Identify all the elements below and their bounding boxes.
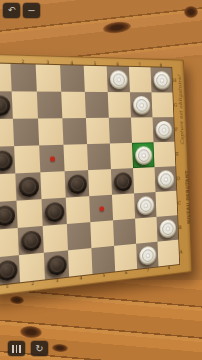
square-c1r6[interactable]	[0, 201, 18, 230]
square-c7r2[interactable]	[130, 92, 153, 117]
square-c6r3[interactable]	[109, 118, 132, 144]
square-c8r2[interactable]	[151, 92, 173, 117]
black-piece[interactable]	[67, 174, 86, 194]
move-hint-dot[interactable]	[49, 156, 54, 161]
square-c1r8[interactable]	[0, 255, 20, 285]
square-c3r1[interactable]	[36, 65, 62, 92]
square-c5r1[interactable]	[84, 66, 108, 92]
minus-icon: −	[27, 6, 35, 16]
square-c8r3[interactable]	[152, 117, 174, 142]
white-piece[interactable]	[136, 196, 154, 215]
square-c2r5[interactable]	[15, 172, 41, 200]
square-c4r8[interactable]	[68, 248, 93, 277]
square-c5r7[interactable]	[90, 220, 114, 248]
square-c7r3[interactable]	[131, 117, 154, 143]
white-piece[interactable]	[132, 96, 150, 114]
square-c5r4[interactable]	[87, 143, 111, 170]
square-c5r8[interactable]	[91, 246, 115, 274]
square-c6r5[interactable]	[111, 168, 134, 195]
square-c2r8[interactable]	[19, 253, 45, 283]
square-c6r1[interactable]	[107, 66, 130, 92]
black-piece[interactable]	[113, 172, 131, 192]
black-piece[interactable]	[0, 205, 15, 227]
white-piece[interactable]	[153, 71, 170, 89]
square-c1r5[interactable]	[0, 173, 16, 202]
square-c5r3[interactable]	[86, 118, 110, 144]
move-hint-dot[interactable]	[99, 206, 104, 211]
square-c8r8[interactable]	[157, 240, 179, 267]
square-c3r7[interactable]	[43, 224, 68, 253]
square-c2r1[interactable]	[10, 64, 36, 92]
undo-button[interactable]: ↶	[3, 3, 20, 18]
square-c6r7[interactable]	[113, 219, 136, 246]
square-c4r6[interactable]	[66, 196, 91, 224]
square-c7r1[interactable]	[129, 67, 152, 93]
square-c6r8[interactable]	[114, 244, 137, 272]
white-piece[interactable]	[159, 219, 176, 238]
square-c4r1[interactable]	[60, 65, 85, 92]
menu-button[interactable]	[8, 341, 25, 356]
white-piece[interactable]	[155, 120, 172, 138]
rotate-board-button[interactable]: ↻	[31, 341, 48, 356]
board-grid	[0, 63, 179, 285]
black-piece[interactable]	[0, 150, 12, 171]
app-screen: 12345678 12345678 HGFEDCBA Capture est o…	[0, 0, 202, 360]
square-c8r4[interactable]	[153, 142, 175, 167]
square-c8r6[interactable]	[155, 191, 177, 217]
checkers-board: 12345678 12345678 HGFEDCBA Capture est o…	[0, 53, 192, 297]
white-piece[interactable]	[157, 170, 174, 189]
wood-knot	[184, 6, 198, 18]
square-c7r8[interactable]	[136, 242, 158, 269]
square-c5r5[interactable]	[88, 169, 112, 196]
square-c1r3[interactable]	[0, 119, 14, 147]
white-piece[interactable]	[139, 245, 157, 265]
square-c4r2[interactable]	[61, 92, 86, 119]
right-coordinate-label: E	[174, 141, 188, 166]
square-c7r5[interactable]	[133, 167, 155, 193]
square-c6r2[interactable]	[108, 92, 131, 118]
square-c6r4[interactable]	[110, 143, 133, 169]
square-c7r6[interactable]	[134, 192, 156, 219]
square-c5r6[interactable]	[89, 195, 113, 222]
menu-bars-icon	[12, 345, 21, 353]
square-c2r3[interactable]	[13, 119, 39, 147]
white-piece[interactable]	[134, 146, 152, 165]
square-c6r6[interactable]	[112, 193, 135, 220]
square-c2r6[interactable]	[16, 199, 42, 228]
square-c3r4[interactable]	[39, 145, 64, 173]
black-piece[interactable]	[18, 176, 39, 197]
square-c3r8[interactable]	[44, 250, 69, 279]
square-c8r7[interactable]	[156, 215, 178, 241]
square-c4r4[interactable]	[63, 144, 88, 171]
square-c7r4[interactable]	[132, 142, 154, 168]
rotate-icon: ↻	[35, 344, 43, 354]
square-c1r7[interactable]	[0, 228, 19, 258]
square-c7r7[interactable]	[135, 217, 157, 244]
right-coordinate-label: A	[178, 238, 192, 264]
square-c4r5[interactable]	[65, 170, 90, 197]
square-c3r6[interactable]	[41, 198, 66, 226]
square-c5r2[interactable]	[85, 92, 109, 118]
black-piece[interactable]	[44, 201, 64, 222]
frame-text-level-beginner: NIVEAU DEBUTANT	[184, 170, 191, 224]
square-c3r5[interactable]	[40, 171, 65, 199]
square-c2r4[interactable]	[14, 145, 40, 173]
square-c3r3[interactable]	[38, 118, 63, 145]
square-c4r3[interactable]	[62, 118, 87, 145]
black-piece[interactable]	[47, 254, 67, 275]
undo-icon: ↶	[8, 6, 16, 15]
square-c8r1[interactable]	[150, 67, 172, 92]
zoom-out-button[interactable]: −	[23, 3, 40, 18]
black-piece[interactable]	[20, 230, 41, 251]
square-c8r5[interactable]	[155, 166, 177, 192]
black-piece[interactable]	[0, 95, 10, 115]
black-piece[interactable]	[0, 259, 17, 281]
square-c2r2[interactable]	[12, 91, 38, 118]
square-c2r7[interactable]	[18, 226, 44, 255]
square-c1r4[interactable]	[0, 146, 15, 174]
square-c4r7[interactable]	[67, 222, 92, 250]
square-c3r2[interactable]	[37, 92, 63, 119]
white-piece[interactable]	[109, 70, 127, 89]
